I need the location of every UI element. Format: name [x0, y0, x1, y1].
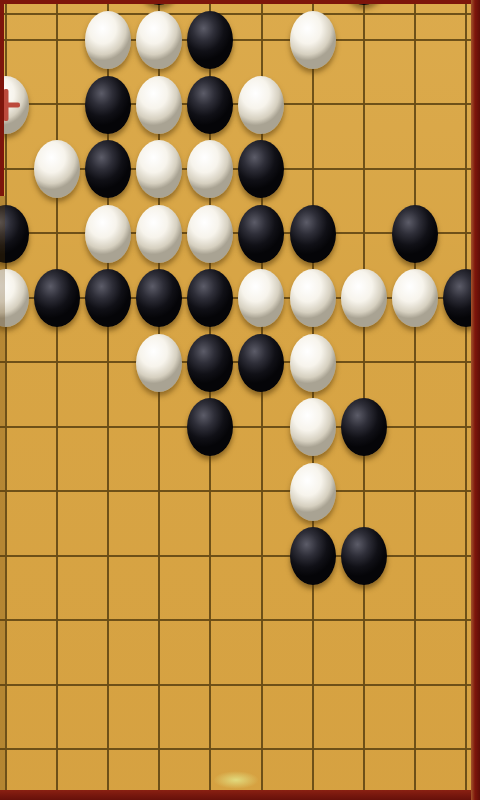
intersection[interactable]	[0, 137, 32, 202]
intersection[interactable]	[134, 8, 185, 73]
intersection[interactable]	[389, 653, 440, 718]
intersection[interactable]	[287, 137, 338, 202]
intersection[interactable]	[185, 72, 236, 137]
intersection[interactable]	[83, 201, 134, 266]
white-stone	[136, 76, 182, 134]
intersection[interactable]	[134, 588, 185, 653]
white-stone	[187, 140, 233, 198]
intersection[interactable]	[287, 588, 338, 653]
intersection[interactable]	[134, 459, 185, 524]
white-stone	[136, 205, 182, 263]
black-stone	[238, 140, 284, 198]
white-stone	[85, 205, 131, 263]
intersection[interactable]	[134, 330, 185, 395]
intersection[interactable]	[83, 330, 134, 395]
screen-frame-right	[471, 0, 480, 800]
white-stone	[136, 11, 182, 69]
white-stone	[290, 398, 336, 456]
white-stone	[136, 334, 182, 392]
intersection[interactable]	[389, 588, 440, 653]
intersection[interactable]	[32, 266, 83, 331]
intersection[interactable]	[32, 717, 83, 782]
intersection[interactable]	[338, 395, 389, 460]
black-stone	[85, 76, 131, 134]
board-left-edge-shade	[0, 196, 5, 800]
intersection[interactable]	[236, 8, 287, 73]
white-stone	[187, 205, 233, 263]
white-stone	[238, 269, 284, 327]
intersection[interactable]	[83, 395, 134, 460]
white-stone	[290, 11, 336, 69]
intersection[interactable]	[236, 201, 287, 266]
intersection[interactable]	[236, 266, 287, 331]
intersection[interactable]	[134, 653, 185, 718]
intersection[interactable]	[389, 330, 440, 395]
intersection[interactable]	[32, 588, 83, 653]
intersection[interactable]	[338, 588, 389, 653]
intersection[interactable]	[338, 524, 389, 589]
intersection[interactable]	[338, 8, 389, 73]
intersection[interactable]	[185, 395, 236, 460]
intersection[interactable]	[32, 459, 83, 524]
intersection[interactable]	[0, 8, 32, 73]
black-stone	[341, 398, 387, 456]
intersection[interactable]	[389, 395, 440, 460]
intersection[interactable]	[83, 588, 134, 653]
intersection[interactable]	[32, 201, 83, 266]
intersection[interactable]	[32, 395, 83, 460]
black-stone	[187, 398, 233, 456]
intersection[interactable]	[338, 653, 389, 718]
black-stone	[34, 269, 80, 327]
intersection[interactable]	[134, 72, 185, 137]
intersection[interactable]	[389, 459, 440, 524]
intersection[interactable]	[287, 395, 338, 460]
intersection[interactable]	[83, 653, 134, 718]
white-stone	[85, 11, 131, 69]
intersection[interactable]	[83, 524, 134, 589]
intersection[interactable]	[236, 72, 287, 137]
intersection[interactable]	[338, 266, 389, 331]
intersection[interactable]	[287, 524, 338, 589]
intersection[interactable]	[287, 653, 338, 718]
intersection[interactable]	[236, 524, 287, 589]
intersection[interactable]	[134, 717, 185, 782]
intersection[interactable]	[389, 201, 440, 266]
white-stone	[290, 269, 336, 327]
intersection[interactable]	[338, 330, 389, 395]
intersection[interactable]	[236, 653, 287, 718]
black-stone	[392, 205, 438, 263]
intersection[interactable]	[83, 717, 134, 782]
intersection[interactable]	[338, 717, 389, 782]
intersection[interactable]	[389, 72, 440, 137]
white-stone	[341, 269, 387, 327]
intersection[interactable]	[185, 8, 236, 73]
black-stone	[85, 140, 131, 198]
black-stone	[187, 76, 233, 134]
white-stone	[136, 140, 182, 198]
intersection[interactable]	[185, 524, 236, 589]
intersection[interactable]	[134, 395, 185, 460]
intersection[interactable]	[287, 330, 338, 395]
black-stone	[187, 11, 233, 69]
black-stone	[187, 269, 233, 327]
black-stone	[238, 205, 284, 263]
intersection[interactable]	[185, 330, 236, 395]
intersection[interactable]	[32, 653, 83, 718]
intersection[interactable]	[185, 459, 236, 524]
black-stone	[136, 269, 182, 327]
screen-frame-left	[0, 0, 4, 196]
white-stone	[290, 463, 336, 521]
intersection[interactable]	[236, 330, 287, 395]
intersection[interactable]	[287, 72, 338, 137]
intersection[interactable]	[185, 201, 236, 266]
intersection[interactable]	[185, 653, 236, 718]
intersection[interactable]	[185, 588, 236, 653]
intersection[interactable]	[338, 72, 389, 137]
goban-grid	[0, 0, 480, 782]
black-stone	[290, 205, 336, 263]
white-stone	[34, 140, 80, 198]
white-stone-marked	[0, 76, 29, 134]
intersection[interactable]	[338, 137, 389, 202]
white-stone	[238, 76, 284, 134]
intersection[interactable]	[134, 137, 185, 202]
intersection[interactable]	[287, 459, 338, 524]
white-stone	[290, 334, 336, 392]
intersection[interactable]	[32, 524, 83, 589]
intersection[interactable]	[83, 459, 134, 524]
intersection[interactable]	[236, 459, 287, 524]
black-stone	[341, 527, 387, 585]
intersection[interactable]	[236, 588, 287, 653]
board-sheen-spot	[213, 771, 259, 789]
screen-frame-top	[0, 0, 480, 4]
intersection[interactable]	[134, 266, 185, 331]
intersection[interactable]	[389, 266, 440, 331]
black-stone	[290, 527, 336, 585]
intersection[interactable]	[185, 266, 236, 331]
intersection[interactable]	[185, 137, 236, 202]
intersection[interactable]	[287, 201, 338, 266]
white-stone	[392, 269, 438, 327]
screen-frame-bottom	[0, 790, 480, 800]
intersection[interactable]	[338, 201, 389, 266]
intersection[interactable]	[0, 72, 32, 137]
black-stone	[187, 334, 233, 392]
intersection[interactable]	[236, 395, 287, 460]
intersection[interactable]	[389, 8, 440, 73]
game-screen	[0, 0, 480, 800]
intersection[interactable]	[83, 137, 134, 202]
intersection[interactable]	[389, 137, 440, 202]
intersection[interactable]	[236, 137, 287, 202]
intersection[interactable]	[389, 524, 440, 589]
intersection[interactable]	[134, 201, 185, 266]
intersection[interactable]	[338, 459, 389, 524]
intersection[interactable]	[83, 266, 134, 331]
intersection[interactable]	[32, 72, 83, 137]
intersection[interactable]	[83, 72, 134, 137]
intersection[interactable]	[83, 8, 134, 73]
intersection[interactable]	[32, 330, 83, 395]
intersection[interactable]	[287, 266, 338, 331]
intersection[interactable]	[32, 8, 83, 73]
black-stone	[238, 334, 284, 392]
black-stone	[85, 269, 131, 327]
intersection[interactable]	[134, 524, 185, 589]
last-move-cross-icon	[0, 76, 29, 134]
intersection[interactable]	[32, 137, 83, 202]
intersection[interactable]	[389, 717, 440, 782]
intersection[interactable]	[287, 8, 338, 73]
intersection[interactable]	[287, 717, 338, 782]
